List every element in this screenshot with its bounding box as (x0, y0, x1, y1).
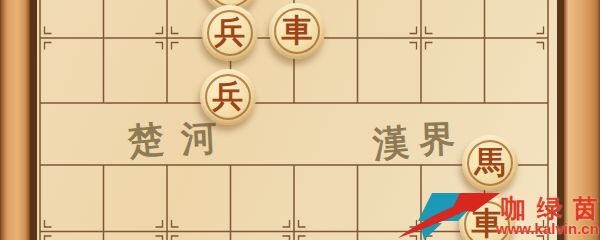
piece-red-chariot-1[interactable]: 車 (269, 3, 325, 59)
piece-character: 兵 (200, 69, 256, 125)
piece-red-horse-1[interactable]: 馬 (462, 135, 518, 191)
watermark-site-url: www.kalvin.cn (496, 220, 599, 237)
board-inner-border-left (30, 0, 37, 240)
board-frame-left (0, 0, 30, 240)
piece-red-soldier-1[interactable]: 兵 (202, 5, 258, 61)
piece-character: 車 (269, 3, 325, 59)
xiangqi-board: 楚 河 漢 界 兵車兵馬車 咖绿茵 www.kalvin.cn (0, 0, 600, 240)
piece-character: 馬 (462, 135, 518, 191)
piece-character: 兵 (202, 5, 258, 61)
piece-red-soldier-2[interactable]: 兵 (200, 69, 256, 125)
